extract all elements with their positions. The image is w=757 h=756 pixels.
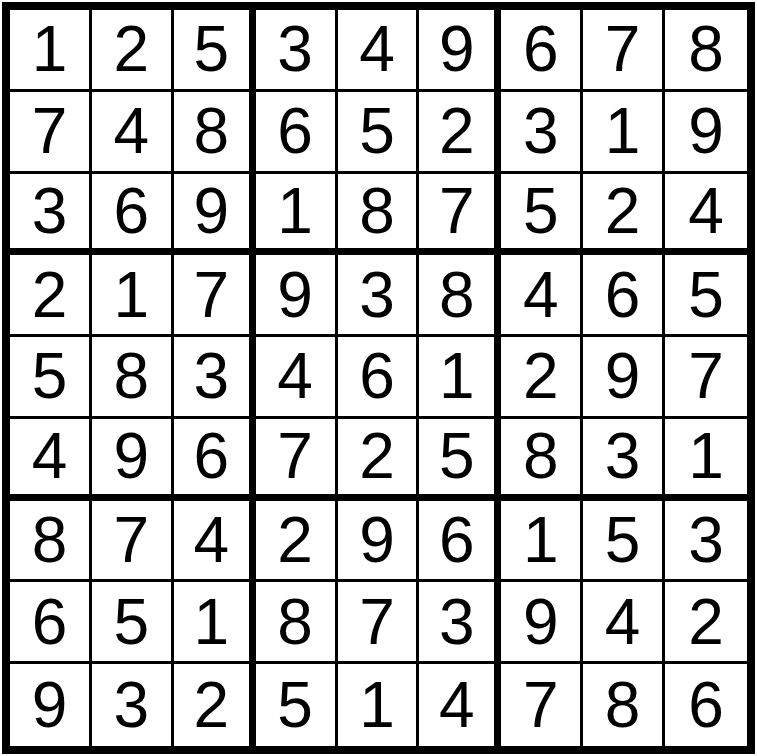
cell-digit: 9 [32,673,68,737]
cell-digit: 7 [193,263,229,327]
sudoku-cell-r3c2: 6 [92,174,174,256]
cell-digit: 3 [605,424,641,488]
cell-digit: 6 [439,508,475,572]
sudoku-cell-r1c7: 6 [501,10,583,92]
sudoku-cell-r7c7: 1 [501,501,583,583]
sudoku-cell-r4c5: 3 [338,255,420,337]
sudoku-cell-r3c4: 1 [256,174,338,256]
sudoku-cell-r8c9: 2 [665,582,747,664]
sudoku-cell-r3c3: 9 [174,174,256,256]
sudoku-cell-r2c6: 2 [419,92,501,174]
cell-digit: 3 [32,179,68,243]
sudoku-cell-r8c2: 5 [92,582,174,664]
sudoku-cell-r8c7: 9 [501,582,583,664]
cell-digit: 7 [114,508,150,572]
cell-digit: 6 [688,673,724,737]
cell-digit: 5 [277,673,313,737]
cell-digit: 9 [688,99,724,163]
sudoku-cell-r3c7: 5 [501,174,583,256]
cell-digit: 5 [688,263,724,327]
sudoku-cell-r2c7: 3 [501,92,583,174]
cell-digit: 6 [32,590,68,654]
cell-digit: 5 [32,344,68,408]
sudoku-cell-r1c8: 7 [583,10,665,92]
page: 1253496787486523193691875242179384655834… [0,0,757,756]
cell-digit: 5 [523,179,559,243]
sudoku-cell-r7c3: 4 [174,501,256,583]
sudoku-cell-r1c2: 2 [92,10,174,92]
sudoku-cell-r4c4: 9 [256,255,338,337]
cell-digit: 9 [277,263,313,327]
cell-digit: 4 [277,344,313,408]
sudoku-cell-r7c8: 5 [583,501,665,583]
sudoku-cell-r6c5: 2 [338,419,420,501]
cell-digit: 4 [605,590,641,654]
cell-digit: 7 [605,17,641,81]
cell-digit: 8 [359,179,395,243]
cell-digit: 1 [193,590,229,654]
cell-digit: 3 [523,99,559,163]
sudoku-cell-r9c1: 9 [10,664,92,746]
cell-digit: 8 [439,263,475,327]
cell-digit: 2 [359,424,395,488]
sudoku-cell-r4c3: 7 [174,255,256,337]
sudoku-cell-r7c5: 9 [338,501,420,583]
sudoku-cell-r2c4: 6 [256,92,338,174]
sudoku-cell-r8c4: 8 [256,582,338,664]
cell-digit: 3 [277,17,313,81]
sudoku-cell-r9c4: 5 [256,664,338,746]
sudoku-cell-r2c5: 5 [338,92,420,174]
cell-digit: 2 [523,344,559,408]
sudoku-cell-r3c6: 7 [419,174,501,256]
cell-digit: 7 [439,179,475,243]
cell-digit: 8 [277,590,313,654]
cell-digit: 9 [605,344,641,408]
cell-digit: 3 [439,590,475,654]
cell-digit: 8 [688,17,724,81]
sudoku-cell-r5c3: 3 [174,337,256,419]
sudoku-cell-r8c5: 7 [338,582,420,664]
sudoku-cell-r4c7: 4 [501,255,583,337]
cell-digit: 7 [32,99,68,163]
sudoku-cell-r3c8: 2 [583,174,665,256]
sudoku-cell-r6c4: 7 [256,419,338,501]
sudoku-cell-r8c1: 6 [10,582,92,664]
sudoku-cell-r1c5: 4 [338,10,420,92]
cell-digit: 5 [605,508,641,572]
cell-digit: 8 [523,424,559,488]
cell-digit: 2 [193,673,229,737]
cell-digit: 7 [359,590,395,654]
cell-digit: 3 [359,263,395,327]
cell-digit: 2 [114,17,150,81]
sudoku-cell-r3c5: 8 [338,174,420,256]
sudoku-cell-r4c6: 8 [419,255,501,337]
cell-digit: 1 [277,179,313,243]
cell-digit: 5 [359,99,395,163]
cell-digit: 6 [277,99,313,163]
cell-digit: 2 [439,99,475,163]
sudoku-cell-r3c9: 4 [665,174,747,256]
cell-digit: 4 [114,99,150,163]
cell-digit: 2 [688,590,724,654]
sudoku-cell-r9c2: 3 [92,664,174,746]
cell-digit: 4 [193,508,229,572]
sudoku-cell-r9c9: 6 [665,664,747,746]
sudoku-cell-r9c7: 7 [501,664,583,746]
sudoku-cell-r6c6: 5 [419,419,501,501]
sudoku-cell-r1c9: 8 [665,10,747,92]
cell-digit: 7 [277,424,313,488]
cell-digit: 8 [193,99,229,163]
cell-digit: 4 [688,179,724,243]
sudoku-cell-r7c9: 3 [665,501,747,583]
sudoku-cell-r5c8: 9 [583,337,665,419]
cell-digit: 9 [193,179,229,243]
sudoku-cell-r8c6: 3 [419,582,501,664]
cell-digit: 1 [605,99,641,163]
sudoku-board: 1253496787486523193691875242179384655834… [2,2,755,754]
sudoku-cell-r5c9: 7 [665,337,747,419]
sudoku-cell-r8c8: 4 [583,582,665,664]
cell-digit: 4 [523,263,559,327]
sudoku-cell-r7c6: 6 [419,501,501,583]
cell-digit: 1 [523,508,559,572]
cell-digit: 7 [523,673,559,737]
cell-digit: 6 [523,17,559,81]
cell-digit: 7 [688,344,724,408]
sudoku-cell-r4c2: 1 [92,255,174,337]
cell-digit: 8 [114,344,150,408]
sudoku-cell-r2c2: 4 [92,92,174,174]
sudoku-cell-r2c1: 7 [10,92,92,174]
cell-digit: 4 [359,17,395,81]
sudoku-cell-r1c6: 9 [419,10,501,92]
sudoku-cell-r6c7: 8 [501,419,583,501]
cell-digit: 6 [359,344,395,408]
sudoku-cell-r9c6: 4 [419,664,501,746]
cell-digit: 5 [114,590,150,654]
cell-digit: 1 [688,424,724,488]
cell-digit: 9 [114,424,150,488]
sudoku-cell-r2c9: 9 [665,92,747,174]
cell-digit: 9 [359,508,395,572]
cell-digit: 9 [439,17,475,81]
cell-digit: 5 [193,17,229,81]
cell-digit: 8 [32,508,68,572]
sudoku-cell-r1c1: 1 [10,10,92,92]
sudoku-cell-r7c1: 8 [10,501,92,583]
sudoku-cell-r6c3: 6 [174,419,256,501]
sudoku-cell-r5c7: 2 [501,337,583,419]
sudoku-cell-r7c2: 7 [92,501,174,583]
sudoku-cell-r6c2: 9 [92,419,174,501]
cell-digit: 3 [688,508,724,572]
sudoku-cell-r1c3: 5 [174,10,256,92]
cell-digit: 2 [277,508,313,572]
sudoku-cell-r1c4: 3 [256,10,338,92]
sudoku-cell-r6c8: 3 [583,419,665,501]
cell-digit: 6 [605,263,641,327]
cell-digit: 2 [605,179,641,243]
cell-digit: 4 [32,424,68,488]
cell-digit: 1 [114,263,150,327]
cell-digit: 8 [605,673,641,737]
cell-digit: 6 [193,424,229,488]
sudoku-cell-r4c8: 6 [583,255,665,337]
sudoku-cell-r6c9: 1 [665,419,747,501]
sudoku-cell-r3c1: 3 [10,174,92,256]
cell-digit: 4 [439,673,475,737]
sudoku-cell-r2c8: 1 [583,92,665,174]
cell-digit: 1 [32,17,68,81]
sudoku-cell-r5c2: 8 [92,337,174,419]
sudoku-cell-r8c3: 1 [174,582,256,664]
sudoku-cell-r9c5: 1 [338,664,420,746]
sudoku-cell-r5c1: 5 [10,337,92,419]
cell-digit: 1 [439,344,475,408]
sudoku-cell-r4c1: 2 [10,255,92,337]
cell-digit: 5 [439,424,475,488]
sudoku-cell-r4c9: 5 [665,255,747,337]
sudoku-cell-r9c8: 8 [583,664,665,746]
cell-digit: 3 [193,344,229,408]
sudoku-cell-r5c6: 1 [419,337,501,419]
sudoku-cell-r7c4: 2 [256,501,338,583]
cell-digit: 3 [114,673,150,737]
sudoku-cell-r6c1: 4 [10,419,92,501]
sudoku-cell-r5c4: 4 [256,337,338,419]
cell-digit: 6 [114,179,150,243]
cell-digit: 9 [523,590,559,654]
sudoku-cell-r5c5: 6 [338,337,420,419]
cell-digit: 2 [32,263,68,327]
sudoku-cell-r9c3: 2 [174,664,256,746]
cell-digit: 1 [359,673,395,737]
sudoku-cell-r2c3: 8 [174,92,256,174]
